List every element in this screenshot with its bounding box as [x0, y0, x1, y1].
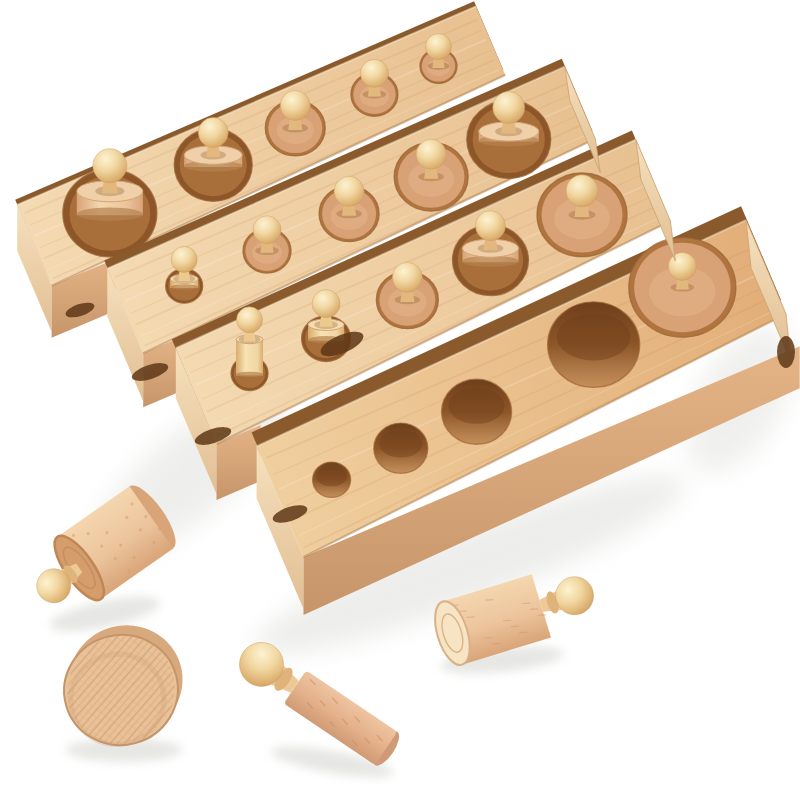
knob-ball [668, 252, 696, 280]
cylinder-base [77, 208, 143, 221]
socket-5 [537, 173, 627, 257]
socket-empty-1 [313, 462, 351, 497]
knob-ball [198, 117, 228, 147]
knob-ball [237, 307, 263, 333]
knob-ball [93, 149, 127, 183]
knob-ball [334, 176, 364, 206]
cylinder-base [236, 372, 263, 377]
knob-ball [312, 290, 340, 318]
finger-notch [777, 336, 795, 368]
cylinder-base [170, 284, 198, 290]
hole-inner-shadow [316, 467, 346, 486]
socket-empty-4 [548, 302, 640, 388]
socket-5 [629, 238, 736, 338]
knob-ball [493, 91, 525, 123]
socket-empty-3 [442, 379, 512, 444]
knob-ball [171, 246, 197, 272]
product-photo-montessori-cylinder-blocks [0, 0, 800, 800]
socket-empty-2 [374, 423, 428, 473]
knob-ball [566, 175, 598, 207]
hole-inner-shadow [557, 313, 631, 360]
socket-1 [231, 307, 268, 391]
montessori-cylinder-blocks-scene [0, 0, 800, 800]
knob-ball [253, 216, 281, 244]
hole-inner-shadow [379, 430, 422, 458]
knob-ball [475, 211, 505, 241]
knob-ball [392, 262, 422, 292]
knob-ball [425, 34, 451, 60]
knob-ball [416, 139, 446, 169]
knob-ball [360, 59, 388, 87]
raised-cylinder-body [236, 339, 263, 375]
hole-inner-shadow [449, 388, 505, 424]
knob-ball [280, 90, 310, 120]
